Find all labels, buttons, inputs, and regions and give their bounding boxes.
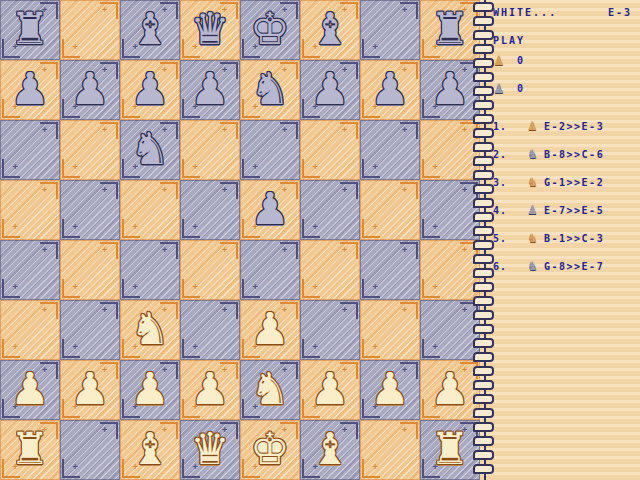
status-row: WHITE... E-3 bbox=[493, 7, 632, 18]
move-row: 1.♟E-2>>E-3 bbox=[493, 112, 636, 140]
black-pawn[interactable]: ♟ bbox=[0, 60, 60, 120]
square-g6[interactable] bbox=[360, 120, 420, 180]
ring-icon bbox=[473, 422, 494, 432]
ring-icon bbox=[473, 254, 494, 264]
ring-icon bbox=[473, 338, 494, 348]
move-number: 6. bbox=[493, 261, 527, 272]
square-e1[interactable]: ♚ bbox=[240, 420, 300, 480]
square-c2[interactable]: ♟ bbox=[120, 360, 180, 420]
white-knight-icon: ♞ bbox=[527, 232, 544, 244]
ring-icon bbox=[473, 58, 494, 68]
square-b3[interactable] bbox=[60, 300, 120, 360]
move-number: 2. bbox=[493, 149, 527, 160]
square-d2[interactable]: ♟ bbox=[180, 360, 240, 420]
square-b5[interactable] bbox=[60, 180, 120, 240]
play-label[interactable]: PLAY bbox=[493, 35, 525, 46]
move-row: 6.♞G-8>>E-7 bbox=[493, 252, 636, 280]
black-pawn[interactable]: ♟ bbox=[180, 60, 240, 120]
black-pawn[interactable]: ♟ bbox=[120, 60, 180, 120]
white-pawn[interactable]: ♟ bbox=[0, 360, 60, 420]
square-f2[interactable]: ♟ bbox=[300, 360, 360, 420]
square-a2[interactable]: ♟ bbox=[0, 360, 60, 420]
square-b2[interactable]: ♟ bbox=[60, 360, 120, 420]
square-g1[interactable] bbox=[360, 420, 420, 480]
move-text: G-1>>E-2 bbox=[544, 177, 604, 188]
white-knight[interactable]: ♞ bbox=[240, 360, 300, 420]
play-row: PLAY bbox=[493, 29, 525, 48]
ring-icon bbox=[473, 436, 494, 446]
move-row: 2.♞B-8>>C-6 bbox=[493, 140, 636, 168]
move-list: 1.♟E-2>>E-32.♞B-8>>C-63.♞G-1>>E-24.♟E-7>… bbox=[493, 112, 636, 280]
square-h7[interactable]: ♟ bbox=[420, 60, 480, 120]
move-number: 5. bbox=[493, 233, 527, 244]
square-h8[interactable]: ♜ bbox=[420, 0, 480, 60]
square-d6[interactable] bbox=[180, 120, 240, 180]
ring-icon bbox=[473, 2, 494, 12]
sidebar-notepad: WHITE... E-3 PLAY ♟0♟0 1.♟E-2>>E-32.♞B-8… bbox=[480, 0, 640, 480]
ring-icon bbox=[473, 114, 494, 124]
square-d8[interactable]: ♛ bbox=[180, 0, 240, 60]
white-bishop[interactable]: ♝ bbox=[300, 420, 360, 480]
black-pawn[interactable]: ♟ bbox=[60, 60, 120, 120]
square-c7[interactable]: ♟ bbox=[120, 60, 180, 120]
square-g5[interactable] bbox=[360, 180, 420, 240]
move-number: 1. bbox=[493, 121, 527, 132]
square-f8[interactable]: ♝ bbox=[300, 0, 360, 60]
ring-icon bbox=[473, 296, 494, 306]
white-pawn[interactable]: ♟ bbox=[420, 360, 480, 420]
square-f1[interactable]: ♝ bbox=[300, 420, 360, 480]
square-h5[interactable] bbox=[420, 180, 480, 240]
ring-icon bbox=[473, 212, 494, 222]
square-h1[interactable]: ♜ bbox=[420, 420, 480, 480]
black-pawn[interactable]: ♟ bbox=[300, 60, 360, 120]
side-to-move-label: WHITE... bbox=[493, 7, 557, 18]
white-pawn[interactable]: ♟ bbox=[180, 360, 240, 420]
square-d5[interactable] bbox=[180, 180, 240, 240]
square-e8[interactable]: ♚ bbox=[240, 0, 300, 60]
white-pawn[interactable]: ♟ bbox=[240, 300, 300, 360]
white-knight-icon: ♞ bbox=[527, 176, 544, 188]
white-pawn-icon: ♟ bbox=[493, 54, 507, 67]
square-a7[interactable]: ♟ bbox=[0, 60, 60, 120]
square-g2[interactable]: ♟ bbox=[360, 360, 420, 420]
square-f5[interactable] bbox=[300, 180, 360, 240]
ring-icon bbox=[473, 282, 494, 292]
square-d1[interactable]: ♛ bbox=[180, 420, 240, 480]
square-g3[interactable] bbox=[360, 300, 420, 360]
ring-icon bbox=[473, 394, 494, 404]
ring-icon bbox=[473, 198, 494, 208]
ring-icon bbox=[473, 240, 494, 250]
black-knight[interactable]: ♞ bbox=[240, 60, 300, 120]
move-number: 3. bbox=[493, 177, 527, 188]
ring-icon bbox=[473, 184, 494, 194]
white-queen[interactable]: ♛ bbox=[180, 420, 240, 480]
square-f4[interactable] bbox=[300, 240, 360, 300]
captured-row-white: ♟0 bbox=[493, 54, 523, 67]
black-pawn-icon: ♟ bbox=[493, 82, 507, 95]
move-text: E-7>>E-5 bbox=[544, 205, 604, 216]
move-row: 4.♟E-7>>E-5 bbox=[493, 196, 636, 224]
square-h6[interactable] bbox=[420, 120, 480, 180]
move-text: G-8>>E-7 bbox=[544, 261, 604, 272]
square-c5[interactable] bbox=[120, 180, 180, 240]
ring-icon bbox=[473, 44, 494, 54]
ring-icon bbox=[473, 30, 494, 40]
ring-icon bbox=[473, 450, 494, 460]
white-king[interactable]: ♚ bbox=[240, 420, 300, 480]
square-h4[interactable] bbox=[420, 240, 480, 300]
square-e5[interactable]: ♟ bbox=[240, 180, 300, 240]
white-rook[interactable]: ♜ bbox=[0, 420, 60, 480]
move-row: 3.♞G-1>>E-2 bbox=[493, 168, 636, 196]
captured-row-black: ♟0 bbox=[493, 82, 523, 95]
square-b7[interactable]: ♟ bbox=[60, 60, 120, 120]
square-g7[interactable]: ♟ bbox=[360, 60, 420, 120]
white-knight[interactable]: ♞ bbox=[120, 300, 180, 360]
square-e6[interactable] bbox=[240, 120, 300, 180]
ring-icon bbox=[473, 352, 494, 362]
black-pawn[interactable]: ♟ bbox=[360, 60, 420, 120]
ring-icon bbox=[473, 226, 494, 236]
ring-icon bbox=[473, 170, 494, 180]
square-a4[interactable] bbox=[0, 240, 60, 300]
ring-icon bbox=[473, 156, 494, 166]
captured-count-black: 0 bbox=[517, 83, 523, 94]
black-rook[interactable]: ♜ bbox=[420, 0, 480, 60]
square-b1[interactable] bbox=[60, 420, 120, 480]
ring-icon bbox=[473, 86, 494, 96]
ring-icon bbox=[473, 72, 494, 82]
square-b8[interactable] bbox=[60, 0, 120, 60]
move-text: E-2>>E-3 bbox=[544, 121, 604, 132]
white-pawn[interactable]: ♟ bbox=[60, 360, 120, 420]
ring-icon bbox=[473, 268, 494, 278]
white-pawn[interactable]: ♟ bbox=[360, 360, 420, 420]
square-c4[interactable] bbox=[120, 240, 180, 300]
square-a3[interactable] bbox=[0, 300, 60, 360]
square-e3[interactable]: ♟ bbox=[240, 300, 300, 360]
move-text: B-8>>C-6 bbox=[544, 149, 604, 160]
square-e2[interactable]: ♞ bbox=[240, 360, 300, 420]
black-bishop[interactable]: ♝ bbox=[120, 0, 180, 60]
black-king[interactable]: ♚ bbox=[240, 0, 300, 60]
square-c8[interactable]: ♝ bbox=[120, 0, 180, 60]
square-d4[interactable] bbox=[180, 240, 240, 300]
square-h2[interactable]: ♟ bbox=[420, 360, 480, 420]
square-a8[interactable]: ♜ bbox=[0, 0, 60, 60]
captured-count-white: 0 bbox=[517, 55, 523, 66]
white-pawn[interactable]: ♟ bbox=[120, 360, 180, 420]
ring-icon bbox=[473, 310, 494, 320]
square-b4[interactable] bbox=[60, 240, 120, 300]
black-knight-icon: ♞ bbox=[527, 260, 544, 272]
ring-icon bbox=[473, 464, 494, 474]
black-pawn-icon: ♟ bbox=[527, 204, 544, 216]
ring-icon bbox=[473, 16, 494, 26]
square-g8[interactable] bbox=[360, 0, 420, 60]
black-knight[interactable]: ♞ bbox=[120, 120, 180, 180]
square-e7[interactable]: ♞ bbox=[240, 60, 300, 120]
square-d3[interactable] bbox=[180, 300, 240, 360]
square-b6[interactable] bbox=[60, 120, 120, 180]
black-pawn[interactable]: ♟ bbox=[240, 180, 300, 240]
white-rook[interactable]: ♜ bbox=[420, 420, 480, 480]
square-g4[interactable] bbox=[360, 240, 420, 300]
square-f7[interactable]: ♟ bbox=[300, 60, 360, 120]
move-row: 5.♞B-1>>C-3 bbox=[493, 224, 636, 252]
ring-icon bbox=[473, 408, 494, 418]
black-bishop[interactable]: ♝ bbox=[300, 0, 360, 60]
square-c3[interactable]: ♞ bbox=[120, 300, 180, 360]
square-f3[interactable] bbox=[300, 300, 360, 360]
ring-icon bbox=[473, 128, 494, 138]
square-d7[interactable]: ♟ bbox=[180, 60, 240, 120]
chess-board: ♜♝♛♚♝♜♟♟♟♟♞♟♟♟♞♟♞♟♟♟♟♟♞♟♟♟♜♝♛♚♝♜ bbox=[0, 0, 480, 480]
ring-icon bbox=[473, 366, 494, 376]
square-h3[interactable] bbox=[420, 300, 480, 360]
chess-game-screen: ♜♝♛♚♝♜♟♟♟♟♞♟♟♟♞♟♞♟♟♟♟♟♞♟♟♟♜♝♛♚♝♜ WHITE..… bbox=[0, 0, 640, 480]
square-a1[interactable]: ♜ bbox=[0, 420, 60, 480]
white-pawn-icon: ♟ bbox=[527, 120, 544, 132]
ring-icon bbox=[473, 100, 494, 110]
square-e4[interactable] bbox=[240, 240, 300, 300]
move-number: 4. bbox=[493, 205, 527, 216]
ring-icon bbox=[473, 380, 494, 390]
square-c6[interactable]: ♞ bbox=[120, 120, 180, 180]
black-rook[interactable]: ♜ bbox=[0, 0, 60, 60]
square-c1[interactable]: ♝ bbox=[120, 420, 180, 480]
move-text: B-1>>C-3 bbox=[544, 233, 604, 244]
ring-icon bbox=[473, 142, 494, 152]
black-queen[interactable]: ♛ bbox=[180, 0, 240, 60]
square-a6[interactable] bbox=[0, 120, 60, 180]
black-pawn[interactable]: ♟ bbox=[420, 60, 480, 120]
ring-icon bbox=[473, 324, 494, 334]
square-f6[interactable] bbox=[300, 120, 360, 180]
square-a5[interactable] bbox=[0, 180, 60, 240]
white-bishop[interactable]: ♝ bbox=[120, 420, 180, 480]
entry-square-label: E-3 bbox=[608, 7, 632, 18]
white-pawn[interactable]: ♟ bbox=[300, 360, 360, 420]
black-knight-icon: ♞ bbox=[527, 148, 544, 160]
